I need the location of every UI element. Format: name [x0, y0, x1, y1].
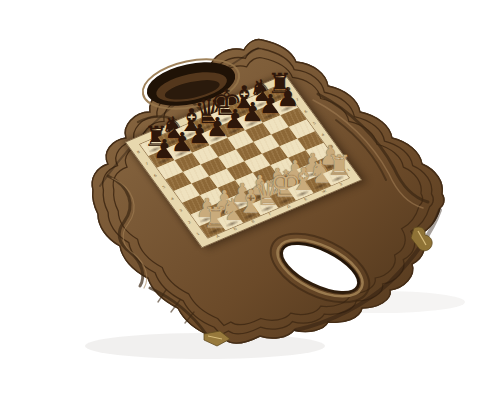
rank-label-right-6: 6: [304, 110, 309, 114]
rank-label-left-7: 7: [145, 162, 150, 166]
file-label-a: А: [215, 235, 220, 239]
piece-shadow: [277, 196, 293, 206]
rank-label-right-4: 4: [321, 133, 326, 137]
rank-label-left-8: 8: [136, 150, 141, 154]
rank-label-left-5: 5: [162, 185, 167, 189]
file-label-f: Е: [303, 197, 308, 201]
rank-label-left-3: 3: [179, 209, 184, 213]
rank-label-left-6: 6: [153, 174, 158, 178]
rank-label-right-3: 3: [329, 145, 334, 149]
file-label-d: Г: [268, 212, 272, 216]
rank-label-right-5: 5: [312, 121, 317, 125]
photo-stage: ♜♞♝♛♚♝♞♜♟♟♟♟♟♟♟♟♟♟♟♟♟♟♟♟♜♞♝♛♚♝♞♜ 8877665…: [0, 0, 500, 400]
piece-shadow: [224, 219, 240, 229]
rank-label-right-8: 8: [287, 86, 292, 90]
rank-label-left-4: 4: [170, 197, 175, 201]
piece-shadow: [206, 226, 222, 236]
piece-shadow: [312, 181, 328, 191]
rank-label-right-7: 7: [295, 98, 300, 102]
rank-label-left-2: 2: [187, 220, 192, 224]
file-label-e: Д: [286, 205, 291, 209]
piece-shadow: [242, 211, 258, 221]
piece-shadow: [330, 174, 346, 184]
piece-shadow: [294, 189, 310, 199]
file-label-b: Б: [233, 227, 238, 231]
rank-label-left-1: 1: [196, 232, 201, 236]
file-label-c: В: [251, 220, 256, 224]
file-label-h: З: [339, 182, 344, 186]
rank-label-right-1: 1: [346, 168, 351, 172]
piece-shadow: [259, 204, 275, 214]
rank-label-right-2: 2: [338, 156, 343, 160]
